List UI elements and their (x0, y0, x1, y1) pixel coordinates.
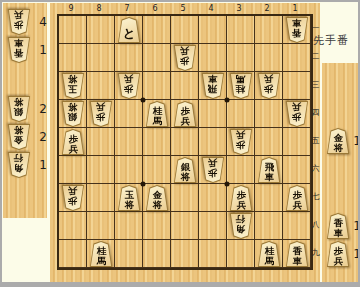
shogi-piece-gote[interactable]: 歩兵 (117, 73, 141, 99)
board-square-3九[interactable] (227, 240, 255, 268)
shogi-piece-gote[interactable]: 歩兵 (201, 157, 225, 183)
shogi-piece-gote[interactable]: 歩兵 (229, 129, 253, 155)
board-square-5七[interactable] (171, 184, 199, 212)
board-square-6五[interactable] (143, 128, 171, 156)
board-square-5九[interactable] (171, 240, 199, 268)
shogi-piece-sente[interactable]: 歩兵 (61, 129, 85, 155)
shogi-piece-sente[interactable]: 桂馬 (257, 241, 281, 267)
captured-piece-group: 銀将2 (7, 96, 31, 122)
board-square-2四[interactable] (255, 100, 283, 128)
sente-captured-pieces-stand: 金将1香車1歩兵1 (322, 63, 359, 284)
captured-piece-count: 1 (350, 219, 360, 233)
shogi-piece-gote[interactable]: 歩兵 (89, 101, 113, 127)
captured-piece-group: 香車1 (7, 37, 31, 63)
board-square-4一[interactable] (199, 16, 227, 44)
captured-piece-count: 1 (350, 134, 360, 148)
captured-piece-group: 角行1 (7, 152, 31, 178)
captured-piece-group: 歩兵4 (7, 9, 31, 35)
shogi-piece-gote[interactable]: 歩兵 (285, 101, 309, 127)
file-coordinate-labels: 987654321 (57, 4, 309, 14)
shogi-piece-sente[interactable]: 香車 (285, 241, 309, 267)
shogi-piece-sente[interactable]: 金将 (145, 185, 169, 211)
board-square-7二[interactable] (115, 44, 143, 72)
board-square-8八[interactable] (87, 212, 115, 240)
gote-captured-pieces-stand: 歩兵4香車1銀将2金将2角行1 (3, 3, 47, 218)
board-square-8一[interactable] (87, 16, 115, 44)
shogi-piece-sente[interactable]: 金将 (326, 128, 350, 154)
board-square-2一[interactable] (255, 16, 283, 44)
shogi-piece-sente[interactable]: 桂馬 (89, 241, 113, 267)
board-square-4五[interactable] (199, 128, 227, 156)
rank-label: 九 (311, 238, 320, 266)
board-square-2八[interactable] (255, 212, 283, 240)
board-square-6一[interactable] (143, 16, 171, 44)
board-square-9二[interactable] (59, 44, 87, 72)
shogi-piece-sente[interactable]: と (117, 17, 141, 43)
shogi-piece-sente[interactable]: 香車 (326, 213, 350, 239)
board-square-4二[interactable] (199, 44, 227, 72)
board-square-8三[interactable] (87, 72, 115, 100)
captured-piece-group: 金将1 (326, 128, 350, 154)
shogi-piece-sente[interactable]: 歩兵 (326, 241, 350, 267)
shogi-piece-sente[interactable]: 桂馬 (145, 101, 169, 127)
board-square-9六[interactable] (59, 156, 87, 184)
captured-piece-count: 1 (350, 247, 360, 261)
file-label: 7 (113, 4, 141, 14)
board-square-8七[interactable] (87, 184, 115, 212)
board-square-1二[interactable] (283, 44, 311, 72)
file-label: 4 (197, 4, 225, 14)
shogi-piece-gote[interactable]: 金将 (7, 124, 31, 150)
board-square-1八[interactable] (283, 212, 311, 240)
file-label: 3 (225, 4, 253, 14)
board-square-7四[interactable] (115, 100, 143, 128)
captured-piece-count: 1 (36, 158, 50, 172)
captured-piece-count: 2 (36, 102, 50, 116)
shogi-board-panel: 987654321 と香車歩兵玉将歩兵飛車桂馬歩兵銀将歩兵桂馬歩兵歩兵歩兵歩兵銀… (50, 3, 320, 284)
board-square-2五[interactable] (255, 128, 283, 156)
board-square-6六[interactable] (143, 156, 171, 184)
shogi-piece-sente[interactable]: 銀将 (173, 157, 197, 183)
board-square-4八[interactable] (199, 212, 227, 240)
board-square-9一[interactable] (59, 16, 87, 44)
rank-label: 三 (311, 70, 320, 98)
board-square-1六[interactable] (283, 156, 311, 184)
board-square-7五[interactable] (115, 128, 143, 156)
shogi-board-grid: と香車歩兵玉将歩兵飛車桂馬歩兵銀将歩兵桂馬歩兵歩兵歩兵歩兵銀将歩兵飛車歩兵玉将金… (57, 14, 313, 270)
board-square-9八[interactable] (59, 212, 87, 240)
shogi-piece-gote[interactable]: 歩兵 (61, 185, 85, 211)
turn-indicator: 先手番 (313, 33, 360, 48)
rank-coordinate-labels: 一二三四五六七八九 (311, 14, 320, 266)
board-square-6二[interactable] (143, 44, 171, 72)
captured-piece-count: 1 (36, 43, 50, 57)
file-label: 1 (281, 4, 309, 14)
board-square-4七[interactable] (199, 184, 227, 212)
shogi-piece-gote[interactable]: 玉将 (61, 73, 85, 99)
board-square-3一[interactable] (227, 16, 255, 44)
file-label: 6 (141, 4, 169, 14)
board-square-7八[interactable] (115, 212, 143, 240)
file-label: 8 (85, 4, 113, 14)
board-square-5八[interactable] (171, 212, 199, 240)
captured-piece-group: 歩兵1 (326, 241, 350, 267)
shogi-piece-sente[interactable]: 玉将 (117, 185, 141, 211)
file-label: 9 (57, 4, 85, 14)
board-square-2二[interactable] (255, 44, 283, 72)
board-square-8五[interactable] (87, 128, 115, 156)
board-square-3六[interactable] (227, 156, 255, 184)
board-square-6三[interactable] (143, 72, 171, 100)
file-label: 5 (169, 4, 197, 14)
shogi-piece-sente[interactable]: 歩兵 (229, 185, 253, 211)
shogi-piece-gote[interactable]: 銀将 (61, 101, 85, 127)
rank-label: 八 (311, 210, 320, 238)
rank-label: 四 (311, 98, 320, 126)
shogi-piece-sente[interactable]: 歩兵 (173, 101, 197, 127)
captured-piece-count: 2 (36, 130, 50, 144)
board-square-8二[interactable] (87, 44, 115, 72)
rank-label: 七 (311, 182, 320, 210)
file-label: 2 (253, 4, 281, 14)
board-square-3二[interactable] (227, 44, 255, 72)
board-square-8六[interactable] (87, 156, 115, 184)
board-square-6九[interactable] (143, 240, 171, 268)
shogi-piece-sente[interactable]: 歩兵 (285, 185, 309, 211)
board-square-2七[interactable] (255, 184, 283, 212)
shogi-piece-gote[interactable]: 角行 (7, 152, 31, 178)
board-square-5一[interactable] (171, 16, 199, 44)
shogi-piece-gote[interactable]: 香車 (7, 37, 31, 63)
shogi-piece-gote[interactable]: 香車 (285, 17, 309, 43)
shogi-piece-gote[interactable]: 歩兵 (173, 45, 197, 71)
shogi-piece-gote[interactable]: 銀将 (7, 96, 31, 122)
board-square-5五[interactable] (171, 128, 199, 156)
shogi-piece-gote[interactable]: 歩兵 (257, 73, 281, 99)
shogi-piece-sente[interactable]: 飛車 (257, 157, 281, 183)
board-square-7六[interactable] (115, 156, 143, 184)
board-square-1五[interactable] (283, 128, 311, 156)
rank-label: 五 (311, 126, 320, 154)
shogi-piece-gote[interactable]: 桂馬 (229, 73, 253, 99)
rank-label: 六 (311, 154, 320, 182)
captured-piece-count: 4 (36, 15, 50, 29)
shogi-piece-gote[interactable]: 角行 (229, 213, 253, 239)
captured-piece-group: 金将2 (7, 124, 31, 150)
shogi-piece-gote[interactable]: 歩兵 (7, 9, 31, 35)
board-square-7九[interactable] (115, 240, 143, 268)
board-square-3四[interactable] (227, 100, 255, 128)
board-square-9九[interactable] (59, 240, 87, 268)
board-square-4九[interactable] (199, 240, 227, 268)
shogi-app-window: 歩兵4香車1銀将2金将2角行1 987654321 と香車歩兵玉将歩兵飛車桂馬歩… (0, 0, 360, 287)
board-square-4四[interactable] (199, 100, 227, 128)
captured-piece-group: 香車1 (326, 213, 350, 239)
board-square-6八[interactable] (143, 212, 171, 240)
board-square-1三[interactable] (283, 72, 311, 100)
board-square-5三[interactable] (171, 72, 199, 100)
shogi-piece-gote[interactable]: 飛車 (201, 73, 225, 99)
